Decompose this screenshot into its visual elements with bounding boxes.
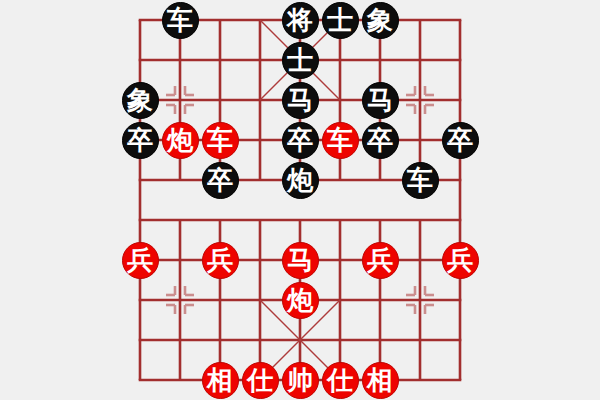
piece-black-soldier[interactable]: 卒 <box>362 122 399 159</box>
piece-black-horse[interactable]: 马 <box>362 82 399 119</box>
piece-black-soldier[interactable]: 卒 <box>122 122 159 159</box>
piece-red-elephant[interactable]: 相 <box>362 362 399 399</box>
xiangqi-board: 车将士象士象马马卒炮车卒车卒卒卒炮车兵兵马兵兵炮相仕帅仕相 <box>0 0 600 400</box>
piece-black-chariot[interactable]: 车 <box>162 2 199 39</box>
piece-red-king[interactable]: 帅 <box>282 362 319 399</box>
piece-black-soldier[interactable]: 卒 <box>442 122 479 159</box>
piece-black-elephant[interactable]: 象 <box>122 82 159 119</box>
piece-red-pawn[interactable]: 兵 <box>362 242 399 279</box>
piece-black-chariot[interactable]: 车 <box>402 162 439 199</box>
piece-red-horse[interactable]: 马 <box>282 242 319 279</box>
piece-red-elephant[interactable]: 相 <box>202 362 239 399</box>
piece-black-advisor[interactable]: 士 <box>282 42 319 79</box>
piece-black-soldier[interactable]: 卒 <box>282 122 319 159</box>
piece-black-general[interactable]: 将 <box>282 2 319 39</box>
piece-layer: 车将士象士象马马卒炮车卒车卒卒卒炮车兵兵马兵兵炮相仕帅仕相 <box>120 0 480 400</box>
piece-black-cannon[interactable]: 炮 <box>282 162 319 199</box>
piece-red-chariot[interactable]: 车 <box>322 122 359 159</box>
piece-black-horse[interactable]: 马 <box>282 82 319 119</box>
piece-red-advisor[interactable]: 仕 <box>242 362 279 399</box>
piece-red-pawn[interactable]: 兵 <box>202 242 239 279</box>
piece-black-advisor[interactable]: 士 <box>322 2 359 39</box>
piece-black-soldier[interactable]: 卒 <box>202 162 239 199</box>
piece-red-cannon[interactable]: 炮 <box>162 122 199 159</box>
piece-red-chariot[interactable]: 车 <box>202 122 239 159</box>
piece-red-cannon[interactable]: 炮 <box>282 282 319 319</box>
piece-red-advisor[interactable]: 仕 <box>322 362 359 399</box>
piece-red-pawn[interactable]: 兵 <box>122 242 159 279</box>
piece-red-pawn[interactable]: 兵 <box>442 242 479 279</box>
piece-black-elephant[interactable]: 象 <box>362 2 399 39</box>
